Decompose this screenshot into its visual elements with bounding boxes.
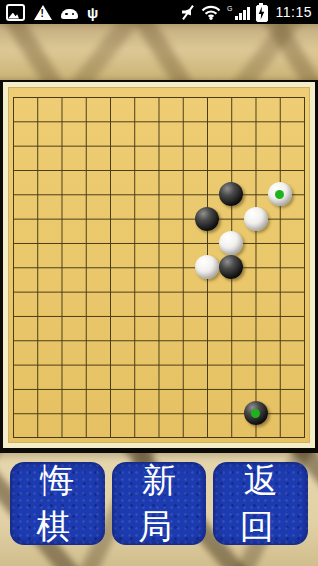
signal-icon: G — [227, 5, 249, 20]
battery-charging-icon — [256, 5, 268, 22]
status-bar: ψ G 11:15 — [0, 0, 318, 24]
undo-move-button[interactable]: 悔棋 — [10, 462, 105, 545]
clock: 11:15 — [276, 4, 313, 20]
status-bar-left: ψ — [6, 4, 98, 21]
wifi-icon — [201, 5, 221, 20]
usb-icon: ψ — [87, 5, 98, 20]
status-bar-right: G 11:15 — [181, 3, 312, 22]
screenshot-icon — [6, 4, 25, 21]
board-grid[interactable] — [13, 97, 305, 438]
button-bar: 悔棋 新局 返回 — [0, 462, 318, 545]
back-button[interactable]: 返回 — [213, 462, 308, 545]
mute-icon — [181, 5, 195, 20]
new-game-button[interactable]: 新局 — [112, 462, 207, 545]
network-type-label: G — [227, 5, 232, 12]
screen: ψ G 11:15 悔棋 新局 返回 — [0, 0, 318, 566]
wallpaper-top — [0, 24, 318, 80]
warning-icon — [34, 5, 52, 20]
android-debug-icon — [61, 9, 78, 19]
